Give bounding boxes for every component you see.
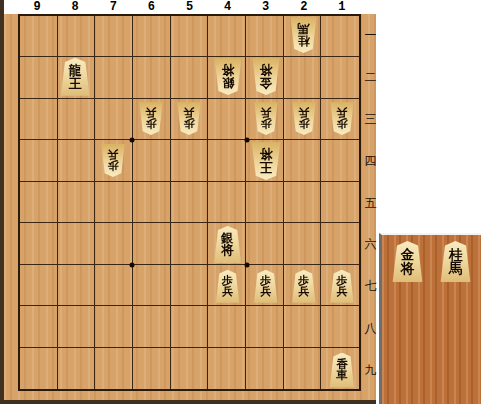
board-cell[interactable]	[246, 223, 284, 264]
board-cell[interactable]	[20, 306, 58, 347]
square-1c[interactable]: 歩兵	[323, 98, 361, 140]
file-label: 9	[33, 0, 40, 14]
board-cell[interactable]	[171, 57, 209, 98]
piece-pawn-gote[interactable]: 歩兵	[291, 102, 317, 135]
file-label: 1	[338, 0, 345, 14]
board-cell[interactable]	[20, 140, 58, 181]
piece-kanji: 将	[221, 64, 234, 77]
square-3d[interactable]: 王将	[247, 140, 285, 182]
board-cell[interactable]	[171, 223, 209, 264]
board-cell[interactable]	[20, 348, 58, 389]
piece-kanji: 兵	[184, 108, 195, 119]
rank-label: 六	[361, 236, 380, 253]
board-cell[interactable]	[208, 348, 246, 389]
board-cell[interactable]	[58, 140, 96, 181]
board-cell[interactable]	[246, 16, 284, 57]
piece-kanji: 将	[221, 244, 234, 257]
piece-kanji: 兵	[336, 108, 347, 119]
board-cell[interactable]	[171, 265, 209, 306]
board-cell[interactable]	[208, 99, 246, 140]
board-cell[interactable]	[133, 348, 171, 389]
piece-kanji: 兵	[222, 286, 233, 297]
piece-pawn-gote[interactable]: 歩兵	[100, 144, 126, 177]
file-label: 3	[262, 0, 269, 14]
piece-kanji: 兵	[298, 286, 309, 297]
board-cell[interactable]	[208, 306, 246, 347]
board-cell[interactable]	[171, 348, 209, 389]
board-cell[interactable]	[20, 182, 58, 223]
rank-label: 二	[361, 68, 380, 85]
star-point	[130, 263, 135, 268]
board-cell[interactable]	[284, 140, 322, 181]
rank-label: 七	[361, 278, 380, 295]
hand-slot: 桂馬	[439, 241, 472, 282]
board-cell[interactable]	[95, 306, 133, 347]
piece-pawn-gote[interactable]: 歩兵	[329, 102, 355, 135]
piece-pawn-sente[interactable]: 歩兵	[329, 270, 355, 303]
board-cell[interactable]	[58, 348, 96, 389]
board-cell[interactable]	[321, 57, 359, 98]
hand-slot: 金将	[391, 241, 424, 282]
rank-label: 三	[361, 110, 380, 127]
square-4f[interactable]: 銀将	[209, 223, 247, 265]
shogi-app: 987654321 一二三四五六七八九桂馬龍王銀将金将歩兵歩兵歩兵歩兵歩兵歩兵王…	[0, 0, 481, 404]
piece-pawn-sente[interactable]: 歩兵	[291, 270, 317, 303]
piece-kanji: 馬	[449, 262, 463, 276]
file-label: 8	[72, 0, 79, 14]
board-cell[interactable]	[208, 16, 246, 57]
piece-king-gote[interactable]: 王将	[250, 142, 282, 180]
board-cell[interactable]	[95, 223, 133, 264]
square-7d[interactable]: 歩兵	[94, 140, 132, 182]
piece-kanji: 兵	[108, 150, 119, 161]
board-cell[interactable]	[133, 57, 171, 98]
board-cell[interactable]	[171, 140, 209, 181]
file-label: 4	[224, 0, 231, 14]
shogi-board-area: 987654321 一二三四五六七八九桂馬龍王銀将金将歩兵歩兵歩兵歩兵歩兵歩兵王…	[0, 0, 376, 404]
square-4g[interactable]: 歩兵	[209, 265, 247, 307]
board-cell[interactable]	[321, 16, 359, 57]
piece-gold-hand[interactable]: 金将	[391, 241, 424, 282]
board-cell[interactable]	[133, 306, 171, 347]
piece-silver-gote[interactable]: 銀将	[213, 58, 243, 95]
board-cell[interactable]	[95, 57, 133, 98]
piece-pawn-gote[interactable]: 歩兵	[138, 102, 164, 135]
piece-kanji: 兵	[298, 108, 309, 119]
square-1i[interactable]: 香車	[323, 349, 361, 391]
piece-silver-sente[interactable]: 銀将	[213, 226, 243, 263]
board-cell[interactable]	[58, 99, 96, 140]
piece-knight-hand[interactable]: 桂馬	[439, 241, 472, 282]
board-cell[interactable]	[133, 223, 171, 264]
board-cell[interactable]	[133, 140, 171, 181]
file-label: 2	[300, 0, 307, 14]
rank-label: 八	[361, 320, 380, 337]
board-cell[interactable]	[95, 265, 133, 306]
square-8b[interactable]: 龍王	[56, 56, 94, 98]
piece-kanji: 将	[401, 262, 415, 276]
board-cell[interactable]	[171, 306, 209, 347]
board-cell[interactable]	[20, 99, 58, 140]
piece-pawn-sente[interactable]: 歩兵	[215, 270, 241, 303]
piece-kanji: 歩	[336, 119, 347, 130]
square-6c[interactable]: 歩兵	[132, 98, 170, 140]
square-2a[interactable]: 桂馬	[285, 14, 323, 56]
piece-kanji: 兵	[146, 108, 157, 119]
board-cell[interactable]	[284, 57, 322, 98]
board-cell[interactable]	[246, 348, 284, 389]
board-cell[interactable]	[20, 265, 58, 306]
board-cell[interactable]	[58, 223, 96, 264]
piece-kanji: 兵	[260, 286, 271, 297]
square-2g[interactable]: 歩兵	[285, 265, 323, 307]
board-cell[interactable]	[95, 182, 133, 223]
piece-kanji: 王	[69, 77, 82, 90]
board-cell[interactable]	[284, 348, 322, 389]
board-cell[interactable]	[20, 57, 58, 98]
board-cell[interactable]	[58, 182, 96, 223]
board-cell[interactable]	[58, 306, 96, 347]
piece-pawn-gote[interactable]: 歩兵	[176, 102, 202, 135]
file-label: 7	[110, 0, 117, 14]
rank-label: 五	[361, 194, 380, 211]
board-cell[interactable]	[246, 182, 284, 223]
file-label-strip: 987654321	[4, 0, 380, 14]
board-cell[interactable]	[246, 306, 284, 347]
board-cell[interactable]	[321, 140, 359, 181]
board-cell[interactable]	[208, 182, 246, 223]
piece-kanji: 銀	[221, 77, 234, 90]
board-cell[interactable]	[95, 348, 133, 389]
square-3c[interactable]: 歩兵	[247, 98, 285, 140]
board-cell[interactable]	[133, 182, 171, 223]
piece-lance-sente[interactable]: 香車	[328, 353, 355, 388]
piece-dragon-sente[interactable]: 龍王	[59, 58, 91, 96]
board-cell[interactable]	[321, 223, 359, 264]
board-cell[interactable]	[284, 182, 322, 223]
board-cell[interactable]	[133, 16, 171, 57]
piece-kanji: 将	[259, 148, 272, 161]
piece-kanji: 車	[336, 370, 348, 382]
piece-kanji: 歩	[298, 119, 309, 130]
piece-kanji: 馬	[298, 23, 310, 35]
piece-kanji: 兵	[336, 286, 347, 297]
piece-kanji: 兵	[260, 108, 271, 119]
board-cell[interactable]	[208, 140, 246, 181]
board-cell[interactable]	[171, 182, 209, 223]
piece-kanji: 桂	[298, 35, 310, 47]
square-3g[interactable]: 歩兵	[247, 265, 285, 307]
square-3b[interactable]: 金将	[247, 56, 285, 98]
board-cell[interactable]	[321, 182, 359, 223]
piece-kanji: 歩	[108, 161, 119, 172]
piece-kanji: 歩	[184, 119, 195, 130]
komadai: 金将桂馬	[379, 233, 481, 404]
square-4b[interactable]: 銀将	[209, 56, 247, 98]
rank-label: 四	[361, 152, 380, 169]
square-5c[interactable]: 歩兵	[170, 98, 208, 140]
rank-label: 九	[361, 362, 380, 379]
board-cell[interactable]	[284, 223, 322, 264]
board-cell[interactable]	[95, 99, 133, 140]
file-label: 6	[148, 0, 155, 14]
board-cell[interactable]	[20, 223, 58, 264]
piece-knight-gote[interactable]: 桂馬	[289, 17, 318, 53]
file-label: 5	[186, 0, 193, 14]
piece-kanji: 王	[259, 161, 272, 174]
piece-gold-gote[interactable]: 金将	[251, 58, 281, 95]
square-2c[interactable]: 歩兵	[285, 98, 323, 140]
piece-kanji: 歩	[260, 119, 271, 130]
piece-kanji: 歩	[146, 119, 157, 130]
board-cell[interactable]	[321, 306, 359, 347]
piece-kanji: 龍	[69, 64, 82, 77]
board-cell[interactable]	[95, 16, 133, 57]
board-cell[interactable]	[171, 16, 209, 57]
square-1g[interactable]: 歩兵	[323, 265, 361, 307]
rank-label: 一	[361, 26, 380, 43]
board-cell[interactable]	[20, 16, 58, 57]
board-cell[interactable]	[284, 306, 322, 347]
piece-pawn-gote[interactable]: 歩兵	[253, 102, 279, 135]
piece-kanji: 将	[259, 64, 272, 77]
board-cell[interactable]	[58, 16, 96, 57]
piece-kanji: 金	[259, 77, 272, 90]
board-cell[interactable]	[133, 265, 171, 306]
piece-pawn-sente[interactable]: 歩兵	[253, 270, 279, 303]
board-cell[interactable]	[58, 265, 96, 306]
